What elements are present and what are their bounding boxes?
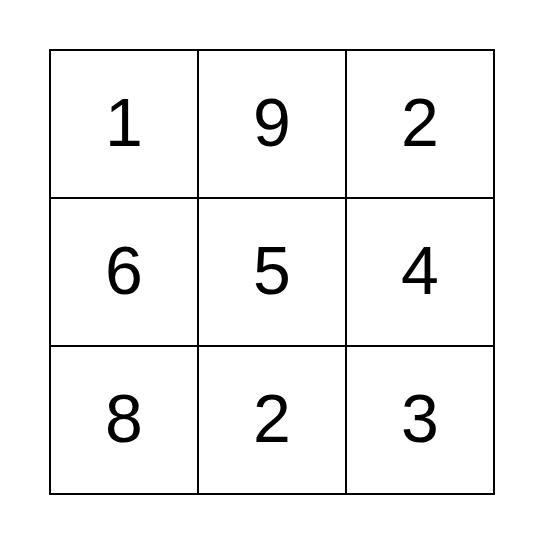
cell-value: 2 bbox=[253, 384, 291, 452]
cell-value: 8 bbox=[105, 384, 143, 452]
cell-r2c2[interactable]: 5 bbox=[199, 199, 345, 345]
cell-r1c2[interactable]: 9 bbox=[199, 51, 345, 197]
cell-value: 6 bbox=[105, 236, 143, 304]
cell-r3c1[interactable]: 8 bbox=[51, 347, 197, 493]
cell-value: 9 bbox=[253, 88, 291, 156]
cell-r3c2[interactable]: 2 bbox=[199, 347, 345, 493]
cell-r3c3[interactable]: 3 bbox=[347, 347, 493, 493]
puzzle-board: 1 9 2 6 5 4 8 2 3 bbox=[49, 49, 495, 495]
cell-value: 1 bbox=[105, 88, 143, 156]
cell-r2c3[interactable]: 4 bbox=[347, 199, 493, 345]
cell-value: 4 bbox=[401, 236, 439, 304]
cell-r1c3[interactable]: 2 bbox=[347, 51, 493, 197]
cell-value: 5 bbox=[253, 236, 291, 304]
cell-r1c1[interactable]: 1 bbox=[51, 51, 197, 197]
cell-r2c1[interactable]: 6 bbox=[51, 199, 197, 345]
cell-value: 2 bbox=[401, 88, 439, 156]
cell-value: 3 bbox=[401, 384, 439, 452]
page-canvas: 1 9 2 6 5 4 8 2 3 bbox=[0, 0, 544, 544]
